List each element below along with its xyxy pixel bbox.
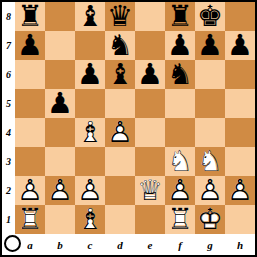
square-e8[interactable] [135, 2, 165, 31]
square-b5[interactable]: ♟ [45, 89, 75, 118]
piece-white-knight-g3[interactable]: ♞♘ [195, 147, 225, 176]
file-label-c: c [75, 234, 105, 255]
square-f1[interactable]: ♜♖ [165, 205, 195, 234]
piece-white-pawn-b2[interactable]: ♟♙ [45, 176, 75, 205]
square-e6[interactable]: ♟ [135, 60, 165, 89]
piece-black-knight-f6[interactable]: ♞ [165, 60, 195, 89]
square-c8[interactable]: ♝ [75, 2, 105, 31]
piece-white-pawn-a2[interactable]: ♟♙ [15, 176, 45, 205]
piece-white-pawn-d4[interactable]: ♟♙ [105, 118, 135, 147]
square-d1[interactable] [105, 205, 135, 234]
piece-white-pawn-h2[interactable]: ♟♙ [225, 176, 255, 205]
rank-label-8: 8 [2, 2, 15, 31]
square-b7[interactable] [45, 31, 75, 60]
chess-diagram: 87654321 ♜♝♛♜♚♟♞♟♟♟♟♝♟♞♟♝♗♟♙♞♘♞♘♟♙♟♙♟♙♛♕… [0, 0, 257, 257]
square-d7[interactable]: ♞ [105, 31, 135, 60]
square-e3[interactable] [135, 147, 165, 176]
piece-black-pawn-b5[interactable]: ♟ [45, 89, 75, 118]
piece-black-pawn-e6[interactable]: ♟ [135, 60, 165, 89]
square-a8[interactable]: ♜ [15, 2, 45, 31]
square-b3[interactable] [45, 147, 75, 176]
square-h3[interactable] [225, 147, 255, 176]
square-c2[interactable]: ♟♙ [75, 176, 105, 205]
piece-white-pawn-f2[interactable]: ♟♙ [165, 176, 195, 205]
square-h6[interactable] [225, 60, 255, 89]
square-f8[interactable]: ♜ [165, 2, 195, 31]
rank-label-1: 1 [2, 205, 15, 234]
piece-black-knight-d7[interactable]: ♞ [105, 31, 135, 60]
square-a7[interactable]: ♟ [15, 31, 45, 60]
file-label-b: b [45, 234, 75, 255]
square-f4[interactable] [165, 118, 195, 147]
rank-labels: 87654321 [2, 2, 15, 234]
square-f2[interactable]: ♟♙ [165, 176, 195, 205]
rank-label-3: 3 [2, 147, 15, 176]
piece-white-bishop-c4[interactable]: ♝♗ [75, 118, 105, 147]
file-label-f: f [165, 234, 195, 255]
square-a3[interactable] [15, 147, 45, 176]
piece-black-king-g8[interactable]: ♚ [195, 2, 225, 31]
piece-black-pawn-c6[interactable]: ♟ [75, 60, 105, 89]
rank-label-2: 2 [2, 176, 15, 205]
piece-white-pawn-g2[interactable]: ♟♙ [195, 176, 225, 205]
square-d5[interactable] [105, 89, 135, 118]
square-g5[interactable] [195, 89, 225, 118]
square-d8[interactable]: ♛ [105, 2, 135, 31]
square-g3[interactable]: ♞♘ [195, 147, 225, 176]
square-b8[interactable] [45, 2, 75, 31]
square-h5[interactable] [225, 89, 255, 118]
square-g1[interactable]: ♚♔ [195, 205, 225, 234]
piece-white-rook-a1[interactable]: ♜♖ [15, 205, 45, 234]
square-h1[interactable] [225, 205, 255, 234]
square-c3[interactable] [75, 147, 105, 176]
white-to-move-indicator [4, 235, 21, 252]
file-labels: abcdefgh [15, 234, 255, 255]
square-g8[interactable]: ♚ [195, 2, 225, 31]
square-g4[interactable] [195, 118, 225, 147]
piece-black-bishop-c8[interactable]: ♝ [75, 2, 105, 31]
piece-white-pawn-c2[interactable]: ♟♙ [75, 176, 105, 205]
square-c7[interactable] [75, 31, 105, 60]
piece-white-queen-e2[interactable]: ♛♕ [135, 176, 165, 205]
square-c6[interactable]: ♟ [75, 60, 105, 89]
square-d6[interactable]: ♝ [105, 60, 135, 89]
piece-white-king-g1[interactable]: ♚♔ [195, 205, 225, 234]
square-g6[interactable] [195, 60, 225, 89]
square-e4[interactable] [135, 118, 165, 147]
piece-black-pawn-h7[interactable]: ♟ [225, 31, 255, 60]
square-g2[interactable]: ♟♙ [195, 176, 225, 205]
square-e5[interactable] [135, 89, 165, 118]
piece-black-pawn-a7[interactable]: ♟ [15, 31, 45, 60]
square-f7[interactable]: ♟ [165, 31, 195, 60]
piece-white-bishop-c1[interactable]: ♝♗ [75, 205, 105, 234]
rank-label-4: 4 [2, 118, 15, 147]
piece-white-rook-f1[interactable]: ♜♖ [165, 205, 195, 234]
file-label-g: g [195, 234, 225, 255]
square-b6[interactable] [45, 60, 75, 89]
file-label-h: h [225, 234, 255, 255]
piece-black-bishop-d6[interactable]: ♝ [105, 60, 135, 89]
square-f6[interactable]: ♞ [165, 60, 195, 89]
piece-black-pawn-g7[interactable]: ♟ [195, 31, 225, 60]
square-d2[interactable] [105, 176, 135, 205]
file-label-e: e [135, 234, 165, 255]
square-c5[interactable] [75, 89, 105, 118]
piece-black-rook-a8[interactable]: ♜ [15, 2, 45, 31]
rank-label-6: 6 [2, 60, 15, 89]
square-h8[interactable] [225, 2, 255, 31]
square-g7[interactable]: ♟ [195, 31, 225, 60]
square-a5[interactable] [15, 89, 45, 118]
rank-label-7: 7 [2, 31, 15, 60]
piece-black-rook-f8[interactable]: ♜ [165, 2, 195, 31]
square-e1[interactable] [135, 205, 165, 234]
piece-white-knight-f3[interactable]: ♞♘ [165, 147, 195, 176]
square-d3[interactable] [105, 147, 135, 176]
square-b1[interactable] [45, 205, 75, 234]
square-d4[interactable]: ♟♙ [105, 118, 135, 147]
square-e2[interactable]: ♛♕ [135, 176, 165, 205]
square-a2[interactable]: ♟♙ [15, 176, 45, 205]
square-h4[interactable] [225, 118, 255, 147]
square-c1[interactable]: ♝♗ [75, 205, 105, 234]
square-f3[interactable]: ♞♘ [165, 147, 195, 176]
file-label-d: d [105, 234, 135, 255]
square-b2[interactable]: ♟♙ [45, 176, 75, 205]
square-a1[interactable]: ♜♖ [15, 205, 45, 234]
square-c4[interactable]: ♝♗ [75, 118, 105, 147]
rank-label-5: 5 [2, 89, 15, 118]
piece-black-queen-d8[interactable]: ♛ [105, 2, 135, 31]
square-a6[interactable] [15, 60, 45, 89]
square-e7[interactable] [135, 31, 165, 60]
piece-black-pawn-f7[interactable]: ♟ [165, 31, 195, 60]
square-h7[interactable]: ♟ [225, 31, 255, 60]
chess-board[interactable]: ♜♝♛♜♚♟♞♟♟♟♟♝♟♞♟♝♗♟♙♞♘♞♘♟♙♟♙♟♙♛♕♟♙♟♙♟♙♜♖♝… [15, 2, 255, 234]
square-f5[interactable] [165, 89, 195, 118]
square-b4[interactable] [45, 118, 75, 147]
square-h2[interactable]: ♟♙ [225, 176, 255, 205]
square-a4[interactable] [15, 118, 45, 147]
